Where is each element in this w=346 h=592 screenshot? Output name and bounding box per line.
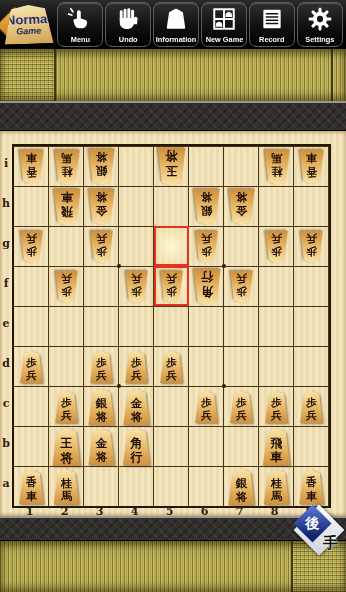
- shogi-piece-銀将-3c-gote[interactable]: 銀将: [87, 389, 116, 425]
- shogi-board[interactable]: 香車桂馬銀将玉将桂馬香車飛車金将銀将金将歩兵歩兵歩兵歩兵歩兵歩兵歩兵歩兵角行歩兵…: [0, 131, 346, 516]
- shogi-piece-歩兵-3d-gote[interactable]: 歩兵: [89, 351, 114, 383]
- gear-icon: [307, 6, 333, 32]
- shogi-piece-歩兵-1g-sente[interactable]: 歩兵: [19, 231, 44, 263]
- shogi-piece-歩兵-9g-sente[interactable]: 歩兵: [299, 231, 324, 263]
- shogi-piece-歩兵-8c-gote[interactable]: 歩兵: [264, 391, 289, 423]
- rank-label-h: h: [0, 197, 12, 210]
- shogi-piece-歩兵-6g-sente[interactable]: 歩兵: [194, 231, 219, 263]
- rank-label-e: e: [0, 317, 12, 330]
- shogi-piece-歩兵-2c-gote[interactable]: 歩兵: [54, 391, 79, 423]
- shogi-piece-歩兵-4d-gote[interactable]: 歩兵: [124, 351, 149, 383]
- record-button[interactable]: Record: [249, 2, 295, 47]
- turn-badge-char-te: 手: [323, 534, 338, 553]
- hoshi-star-point: [117, 384, 121, 388]
- shogi-piece-飛車-8b-gote[interactable]: 飛車: [262, 429, 292, 466]
- shogi-piece-玉将-5i-sente[interactable]: 玉将: [156, 148, 187, 186]
- rank-label-c: c: [0, 397, 12, 410]
- shogi-piece-王将-2b-gote[interactable]: 王将: [51, 428, 82, 466]
- shogi-piece-金将-4c-gote[interactable]: 金将: [122, 389, 151, 425]
- shogi-piece-香車-1i-sente[interactable]: 香車: [18, 150, 45, 184]
- shogi-piece-歩兵-5d-gote[interactable]: 歩兵: [159, 351, 184, 383]
- shogi-piece-歩兵-7c-gote[interactable]: 歩兵: [229, 391, 254, 423]
- shogi-piece-金将-3h-sente[interactable]: 金将: [87, 189, 116, 225]
- menu-button-label: Menu: [70, 35, 89, 44]
- rank-label-f: f: [0, 277, 12, 290]
- document-lines-icon: [259, 6, 285, 32]
- tatami-seam: [331, 49, 333, 101]
- undo-button[interactable]: Undo: [105, 2, 151, 47]
- new-game-button-label: New Game: [205, 35, 243, 44]
- information-button-label: Information: [156, 35, 196, 44]
- settings-button[interactable]: Settings: [297, 2, 343, 47]
- menu-button[interactable]: Menu: [57, 2, 103, 47]
- shogi-piece-香車-9i-sente[interactable]: 香車: [298, 150, 325, 184]
- rank-label-i: i: [0, 157, 12, 170]
- shogi-piece-桂馬-2a-gote[interactable]: 桂馬: [53, 470, 81, 505]
- shogi-app-screen: Normal Game Menu Undo: [0, 0, 346, 592]
- game-mode-badge: Normal Game: [0, 1, 57, 48]
- hoshi-star-point: [117, 264, 121, 268]
- shogi-piece-桂馬-8i-sente[interactable]: 桂馬: [263, 150, 291, 185]
- new-game-button[interactable]: New Game: [201, 2, 247, 47]
- tap-hand-icon: [67, 6, 93, 32]
- shogi-piece-歩兵-1d-gote[interactable]: 歩兵: [19, 351, 44, 383]
- shogi-piece-歩兵-6c-gote[interactable]: 歩兵: [194, 391, 219, 423]
- mode-label-line1: Normal: [6, 12, 51, 27]
- mode-label-line2: Game: [16, 26, 41, 37]
- open-hand-icon: [115, 6, 141, 32]
- shogi-piece-歩兵-8g-sente[interactable]: 歩兵: [264, 231, 289, 263]
- shogi-piece-銀将-6h-sente[interactable]: 銀将: [192, 189, 221, 225]
- hoshi-star-point: [222, 384, 226, 388]
- shogi-piece-歩兵-4f-sente[interactable]: 歩兵: [124, 271, 149, 303]
- shogi-piece-歩兵-3g-sente[interactable]: 歩兵: [89, 231, 114, 263]
- shogi-piece-歩兵-7f-sente[interactable]: 歩兵: [229, 271, 254, 303]
- shogi-piece-香車-9a-gote[interactable]: 香車: [298, 470, 325, 504]
- shogi-piece-角行-4b-gote[interactable]: 角行: [122, 429, 152, 466]
- board-grid-icon: [211, 6, 237, 32]
- shogi-piece-飛車-2h-sente[interactable]: 飛車: [52, 189, 82, 226]
- shogi-piece-銀将-3i-sente[interactable]: 銀将: [87, 149, 116, 185]
- shogi-piece-香車-1a-gote[interactable]: 香車: [18, 470, 45, 504]
- shogi-piece-歩兵-9c-gote[interactable]: 歩兵: [299, 391, 324, 423]
- shogi-piece-桂馬-8a-gote[interactable]: 桂馬: [263, 470, 291, 505]
- turn-indicator-badge: 後 手: [292, 503, 346, 559]
- dark-fabric-band-top: [0, 101, 346, 131]
- tatami-mat-edge: [0, 49, 54, 101]
- shogi-piece-金将-7h-sente[interactable]: 金将: [227, 189, 256, 225]
- shogi-piece-角行-6f-sente[interactable]: 角行: [192, 269, 222, 306]
- shogi-piece-歩兵-2f-sente[interactable]: 歩兵: [54, 271, 79, 303]
- shogi-piece-銀将-7a-gote[interactable]: 銀将: [227, 469, 256, 505]
- hoshi-star-point: [222, 264, 226, 268]
- record-button-label: Record: [259, 35, 284, 44]
- toolbar: Normal Game Menu Undo: [0, 0, 346, 49]
- shogi-piece-icon: [163, 6, 189, 32]
- tatami-background-top: [0, 49, 346, 101]
- rank-label-b: b: [0, 437, 12, 450]
- tatami-seam: [54, 49, 56, 101]
- shogi-piece-金将-3b-gote[interactable]: 金将: [87, 429, 116, 465]
- information-button[interactable]: Information: [153, 2, 199, 47]
- undo-button-label: Undo: [119, 35, 138, 44]
- rank-label-g: g: [0, 237, 12, 250]
- last-move-highlight-5g: [154, 226, 189, 266]
- rank-label-a: a: [0, 477, 12, 490]
- shogi-piece-歩兵-5f-sente[interactable]: 歩兵: [159, 271, 184, 303]
- board-grid[interactable]: 香車桂馬銀将玉将桂馬香車飛車金将銀将金将歩兵歩兵歩兵歩兵歩兵歩兵歩兵歩兵角行歩兵…: [12, 144, 331, 508]
- rank-label-d: d: [0, 357, 12, 370]
- shogi-piece-桂馬-2i-sente[interactable]: 桂馬: [53, 150, 81, 185]
- settings-button-label: Settings: [305, 35, 334, 44]
- turn-badge-char-gote: 後: [306, 515, 320, 533]
